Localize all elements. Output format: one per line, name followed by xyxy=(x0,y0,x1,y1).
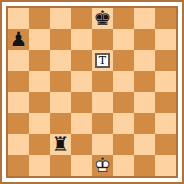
black-pawn: ♟ xyxy=(8,29,29,50)
boxed-letter-rook-marker: T xyxy=(95,53,110,68)
square-g1[interactable] xyxy=(134,155,155,176)
square-c5[interactable] xyxy=(50,71,71,92)
chess-board-frame: ♚♟T♜♚♔ xyxy=(0,0,184,184)
square-e4[interactable] xyxy=(92,92,113,113)
square-c4[interactable] xyxy=(50,92,71,113)
square-c6[interactable] xyxy=(50,50,71,71)
square-b6[interactable] xyxy=(29,50,50,71)
square-a2[interactable] xyxy=(8,134,29,155)
square-g2[interactable] xyxy=(134,134,155,155)
square-f1[interactable] xyxy=(113,155,134,176)
square-c3[interactable] xyxy=(50,113,71,134)
square-f3[interactable] xyxy=(113,113,134,134)
square-d7[interactable] xyxy=(71,29,92,50)
square-e8[interactable]: ♚ xyxy=(92,8,113,29)
square-d4[interactable] xyxy=(71,92,92,113)
square-c7[interactable] xyxy=(50,29,71,50)
square-b4[interactable] xyxy=(29,92,50,113)
square-h4[interactable] xyxy=(155,92,176,113)
square-d6[interactable] xyxy=(71,50,92,71)
square-c1[interactable] xyxy=(50,155,71,176)
square-a6[interactable] xyxy=(8,50,29,71)
square-d3[interactable] xyxy=(71,113,92,134)
square-e3[interactable] xyxy=(92,113,113,134)
white-king: ♚♔ xyxy=(92,155,113,176)
square-e2[interactable] xyxy=(92,134,113,155)
square-f4[interactable] xyxy=(113,92,134,113)
square-g4[interactable] xyxy=(134,92,155,113)
square-e6[interactable]: T xyxy=(92,50,113,71)
square-c2[interactable]: ♜ xyxy=(50,134,71,155)
square-g3[interactable] xyxy=(134,113,155,134)
square-h2[interactable] xyxy=(155,134,176,155)
square-f6[interactable] xyxy=(113,50,134,71)
square-f2[interactable] xyxy=(113,134,134,155)
square-h8[interactable] xyxy=(155,8,176,29)
square-h6[interactable] xyxy=(155,50,176,71)
square-a4[interactable] xyxy=(8,92,29,113)
square-b5[interactable] xyxy=(29,71,50,92)
square-d2[interactable] xyxy=(71,134,92,155)
square-a5[interactable] xyxy=(8,71,29,92)
square-d5[interactable] xyxy=(71,71,92,92)
black-king: ♚ xyxy=(92,8,113,29)
square-d8[interactable] xyxy=(71,8,92,29)
square-g6[interactable] xyxy=(134,50,155,71)
square-a1[interactable] xyxy=(8,155,29,176)
square-f5[interactable] xyxy=(113,71,134,92)
square-e5[interactable] xyxy=(92,71,113,92)
black-rook: ♜ xyxy=(50,134,71,155)
square-b3[interactable] xyxy=(29,113,50,134)
square-h1[interactable] xyxy=(155,155,176,176)
square-c8[interactable] xyxy=(50,8,71,29)
square-f7[interactable] xyxy=(113,29,134,50)
square-e7[interactable] xyxy=(92,29,113,50)
square-a8[interactable] xyxy=(8,8,29,29)
square-g5[interactable] xyxy=(134,71,155,92)
square-h7[interactable] xyxy=(155,29,176,50)
square-h3[interactable] xyxy=(155,113,176,134)
square-b2[interactable] xyxy=(29,134,50,155)
square-b8[interactable] xyxy=(29,8,50,29)
square-b1[interactable] xyxy=(29,155,50,176)
square-f8[interactable] xyxy=(113,8,134,29)
square-a7[interactable]: ♟ xyxy=(8,29,29,50)
square-h5[interactable] xyxy=(155,71,176,92)
chess-board: ♚♟T♜♚♔ xyxy=(6,6,178,178)
square-b7[interactable] xyxy=(29,29,50,50)
square-g7[interactable] xyxy=(134,29,155,50)
square-a3[interactable] xyxy=(8,113,29,134)
square-g8[interactable] xyxy=(134,8,155,29)
square-e1[interactable]: ♚♔ xyxy=(92,155,113,176)
square-d1[interactable] xyxy=(71,155,92,176)
